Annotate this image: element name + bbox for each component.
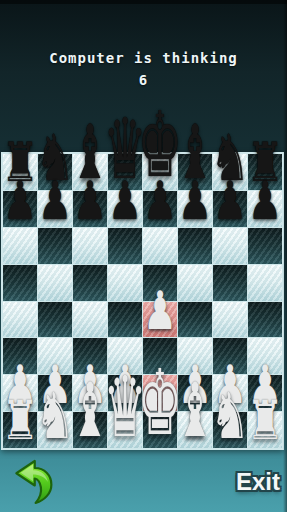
- square-h4[interactable]: [248, 302, 282, 338]
- square-a6[interactable]: [3, 228, 37, 264]
- square-f1[interactable]: ♝: [178, 412, 212, 448]
- square-a7[interactable]: ♟: [3, 191, 37, 227]
- square-a5[interactable]: [3, 265, 37, 301]
- square-g1[interactable]: ♞: [213, 412, 247, 448]
- square-b7[interactable]: ♟: [38, 191, 72, 227]
- square-f6[interactable]: [178, 228, 212, 264]
- square-c5[interactable]: [73, 265, 107, 301]
- piece-white-bishop[interactable]: ♝: [175, 373, 214, 448]
- square-d4[interactable]: [108, 302, 142, 338]
- square-c4[interactable]: [73, 302, 107, 338]
- status-countdown: 6: [0, 71, 287, 90]
- piece-black-pawn[interactable]: ♟: [38, 174, 72, 227]
- square-b4[interactable]: [38, 302, 72, 338]
- square-h6[interactable]: [248, 228, 282, 264]
- square-e7[interactable]: ♟: [143, 191, 177, 227]
- square-a4[interactable]: [3, 302, 37, 338]
- piece-black-pawn[interactable]: ♟: [143, 174, 177, 227]
- piece-black-pawn[interactable]: ♟: [178, 174, 212, 227]
- undo-button[interactable]: [12, 458, 54, 506]
- square-g7[interactable]: ♟: [213, 191, 247, 227]
- piece-black-pawn[interactable]: ♟: [73, 174, 107, 227]
- square-e6[interactable]: [143, 228, 177, 264]
- square-f4[interactable]: [178, 302, 212, 338]
- piece-black-pawn[interactable]: ♟: [3, 174, 37, 227]
- square-e4[interactable]: ♟: [143, 302, 177, 338]
- square-c1[interactable]: ♝: [73, 412, 107, 448]
- piece-white-knight[interactable]: ♞: [35, 384, 74, 448]
- chess-board[interactable]: ♜♞♝♛♚♝♞♜♟♟♟♟♟♟♟♟♟♟♟♟♟♟♟♟♜♞♝♛♚♝♞♜: [1, 152, 284, 450]
- exit-button[interactable]: Exit: [236, 468, 280, 496]
- square-h7[interactable]: ♟: [248, 191, 282, 227]
- square-c7[interactable]: ♟: [73, 191, 107, 227]
- square-g4[interactable]: [213, 302, 247, 338]
- square-e1[interactable]: ♚: [143, 412, 177, 448]
- square-h1[interactable]: ♜: [248, 412, 282, 448]
- status-message: Computer is thinking 6: [0, 49, 287, 90]
- undo-arrow-icon: [12, 458, 54, 506]
- square-g6[interactable]: [213, 228, 247, 264]
- game-screen: Computer is thinking 6 ♜♞♝♛♚♝♞♜♟♟♟♟♟♟♟♟♟…: [0, 0, 287, 512]
- square-a1[interactable]: ♜: [3, 412, 37, 448]
- square-d5[interactable]: [108, 265, 142, 301]
- square-h5[interactable]: [248, 265, 282, 301]
- piece-white-pawn[interactable]: ♟: [143, 284, 177, 337]
- piece-white-rook[interactable]: ♜: [246, 393, 284, 448]
- square-d7[interactable]: ♟: [108, 191, 142, 227]
- square-b6[interactable]: [38, 228, 72, 264]
- square-d6[interactable]: [108, 228, 142, 264]
- square-f5[interactable]: [178, 265, 212, 301]
- piece-white-rook[interactable]: ♜: [1, 393, 39, 448]
- square-b1[interactable]: ♞: [38, 412, 72, 448]
- square-f7[interactable]: ♟: [178, 191, 212, 227]
- piece-white-knight[interactable]: ♞: [210, 384, 249, 448]
- piece-black-pawn[interactable]: ♟: [108, 174, 142, 227]
- piece-black-pawn[interactable]: ♟: [248, 174, 282, 227]
- square-b5[interactable]: [38, 265, 72, 301]
- piece-black-pawn[interactable]: ♟: [213, 174, 247, 227]
- status-text: Computer is thinking: [0, 49, 287, 68]
- square-g5[interactable]: [213, 265, 247, 301]
- square-c6[interactable]: [73, 228, 107, 264]
